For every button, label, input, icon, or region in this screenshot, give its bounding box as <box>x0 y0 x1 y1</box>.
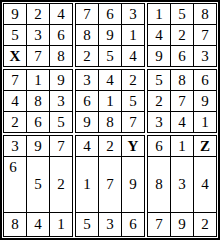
cell-r6c7: 3 <box>148 112 170 132</box>
cell-r7c4: 4 <box>76 136 98 156</box>
cell-r2c3: 6 <box>50 25 72 45</box>
box-r1c3: 158427963 <box>147 3 217 67</box>
cell-r1c2: 2 <box>27 4 49 24</box>
cell-r8c9: 4 <box>194 157 216 212</box>
cell-r1c1: 9 <box>4 4 26 24</box>
cell-r1c3: 4 <box>50 4 72 24</box>
cell-r4c8: 8 <box>171 70 193 90</box>
cell-r9c8: 9 <box>171 213 193 236</box>
cell-r3c2: 7 <box>27 46 49 66</box>
cell-r5c7: 2 <box>148 91 170 111</box>
cell-r2c4: 8 <box>76 25 98 45</box>
cell-r2c7: 4 <box>148 25 170 45</box>
cell-r2c1: 5 <box>4 25 26 45</box>
box-r3c1: 397652841 <box>3 135 73 237</box>
cell-r6c5: 8 <box>99 112 121 132</box>
cell-r4c1: 7 <box>4 70 26 90</box>
cell-r7c2: 9 <box>27 136 49 156</box>
cell-r8c1: 6 <box>4 157 26 212</box>
cell-r8c3: 2 <box>50 157 72 212</box>
cell-r8c4: 1 <box>76 157 98 212</box>
cell-r7c6: Y <box>122 136 144 156</box>
cell-r5c5: 1 <box>99 91 121 111</box>
cell-r4c7: 5 <box>148 70 170 90</box>
box-r2c1: 719483265 <box>3 69 73 133</box>
cell-r8c8: 3 <box>171 157 193 212</box>
cell-r8c2: 5 <box>27 157 49 212</box>
box-r3c2: 42Y179536 <box>75 135 145 237</box>
cell-r6c8: 4 <box>171 112 193 132</box>
cell-r3c6: 4 <box>122 46 144 66</box>
box-r3c3: 61Z834792 <box>147 135 217 237</box>
cell-r2c9: 7 <box>194 25 216 45</box>
cell-r9c9: 2 <box>194 213 216 236</box>
cell-r4c2: 1 <box>27 70 49 90</box>
cell-r6c4: 9 <box>76 112 98 132</box>
cell-r3c3: 8 <box>50 46 72 66</box>
cell-r7c5: 2 <box>99 136 121 156</box>
cell-r1c8: 5 <box>171 4 193 24</box>
box-r2c2: 342615987 <box>75 69 145 133</box>
cell-r3c9: 3 <box>194 46 216 66</box>
cell-r5c3: 3 <box>50 91 72 111</box>
cell-r1c5: 6 <box>99 4 121 24</box>
cell-r4c9: 6 <box>194 70 216 90</box>
cell-r2c8: 2 <box>171 25 193 45</box>
cell-r5c4: 6 <box>76 91 98 111</box>
cell-r7c1: 3 <box>4 136 26 156</box>
cell-r6c2: 6 <box>27 112 49 132</box>
cell-r1c9: 8 <box>194 4 216 24</box>
cell-r5c1: 4 <box>4 91 26 111</box>
cell-r9c6: 6 <box>122 213 144 236</box>
cell-r3c7: 9 <box>148 46 170 66</box>
cell-r4c3: 9 <box>50 70 72 90</box>
cell-r7c9: Z <box>194 136 216 156</box>
cell-r4c6: 2 <box>122 70 144 90</box>
cell-r7c8: 1 <box>171 136 193 156</box>
cell-r6c6: 7 <box>122 112 144 132</box>
cell-r7c7: 6 <box>148 136 170 156</box>
cell-r1c7: 1 <box>148 4 170 24</box>
cell-r7c3: 7 <box>50 136 72 156</box>
cell-r2c2: 3 <box>27 25 49 45</box>
cell-r9c1: 8 <box>4 213 26 236</box>
box-r1c2: 763891254 <box>75 3 145 67</box>
cell-r5c6: 5 <box>122 91 144 111</box>
cell-r8c5: 7 <box>99 157 121 212</box>
cell-r9c4: 5 <box>76 213 98 236</box>
cell-r6c1: 2 <box>4 112 26 132</box>
cell-r3c4: 2 <box>76 46 98 66</box>
cell-r8c7: 8 <box>148 157 170 212</box>
cell-r6c9: 1 <box>194 112 216 132</box>
cell-r1c6: 3 <box>122 4 144 24</box>
cell-r9c5: 3 <box>99 213 121 236</box>
cell-r3c5: 5 <box>99 46 121 66</box>
cell-r1c4: 7 <box>76 4 98 24</box>
cell-r6c3: 5 <box>50 112 72 132</box>
cell-r3c1: X <box>4 46 26 66</box>
cell-r8c6: 9 <box>122 157 144 212</box>
cell-r5c9: 9 <box>194 91 216 111</box>
sudoku-board: 924536X787638912541584279637194832653426… <box>0 0 220 240</box>
cell-r9c7: 7 <box>148 213 170 236</box>
cell-r9c3: 1 <box>50 213 72 236</box>
box-r1c1: 924536X78 <box>3 3 73 67</box>
cell-r9c2: 4 <box>27 213 49 236</box>
cell-r4c5: 4 <box>99 70 121 90</box>
cell-r5c2: 8 <box>27 91 49 111</box>
cell-r2c5: 9 <box>99 25 121 45</box>
cell-r3c8: 6 <box>171 46 193 66</box>
cell-r4c4: 3 <box>76 70 98 90</box>
cell-r5c8: 7 <box>171 91 193 111</box>
box-r2c3: 586279341 <box>147 69 217 133</box>
cell-r2c6: 1 <box>122 25 144 45</box>
